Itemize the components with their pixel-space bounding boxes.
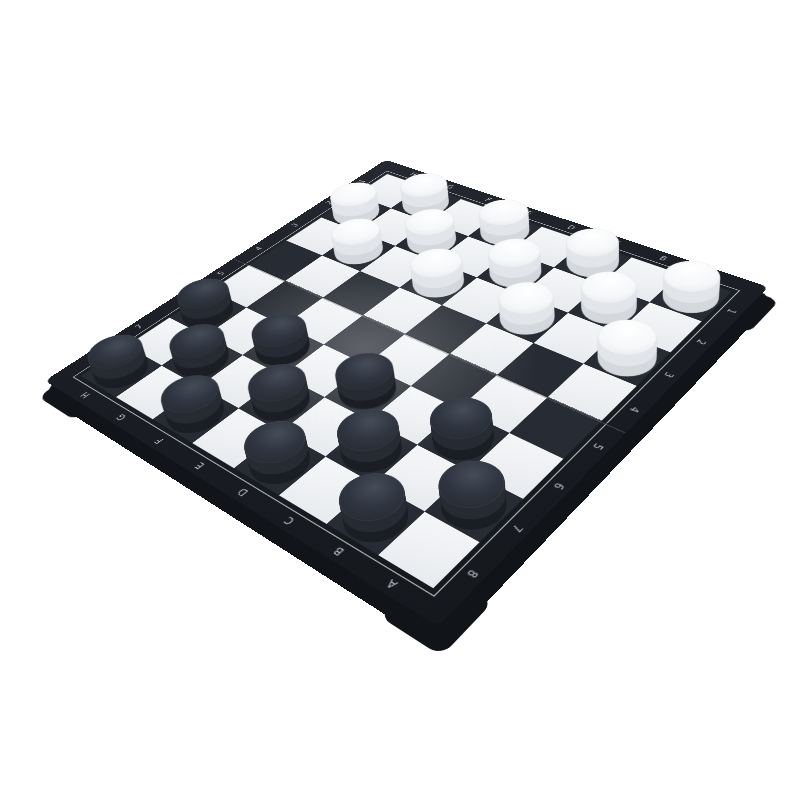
product-photo-background: HGFEDCBA HGFEDCBA 12345678 12345678 — [0, 0, 800, 800]
board-rotation-wrapper: HGFEDCBA HGFEDCBA 12345678 12345678 — [0, 0, 800, 800]
board-grid — [81, 174, 732, 588]
checkers-board: HGFEDCBA HGFEDCBA 12345678 12345678 — [45, 160, 769, 627]
